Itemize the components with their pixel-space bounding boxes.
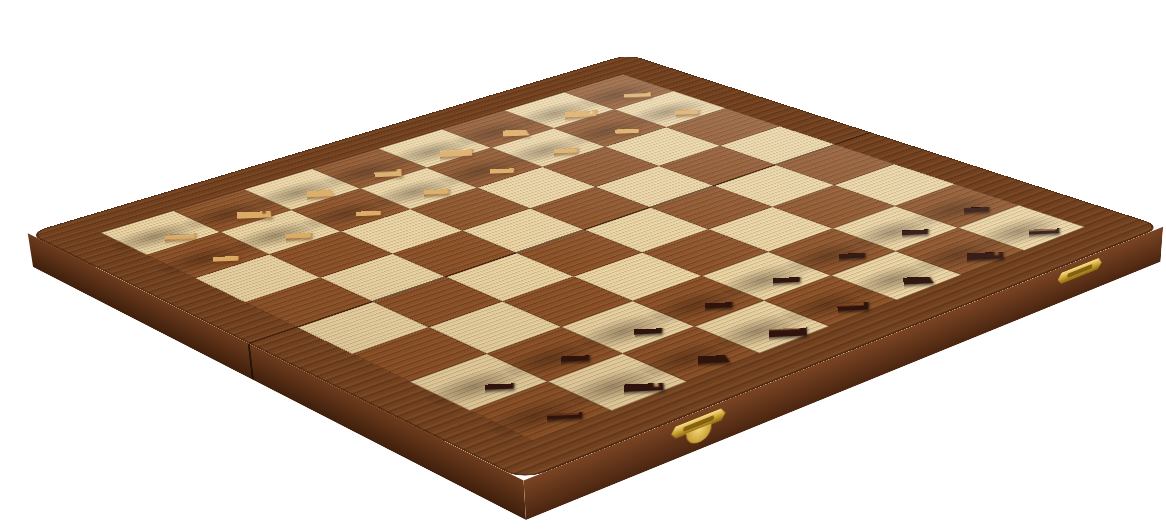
chess-board: ♜♞♝♛♚♝♞♜♟♟♟♟♟♟♟♟♟♟♟♟♟♟♟♟♜♞♝♚♛♝♞♜ [28, 54, 1163, 480]
perspective-warp: ♜♞♝♛♚♝♞♜♟♟♟♟♟♟♟♟♟♟♟♟♟♟♟♟♜♞♝♚♛♝♞♜ [0, 0, 1166, 529]
fold-seam-side [248, 343, 254, 381]
product-photo-stage: ♜♞♝♛♚♝♞♜♟♟♟♟♟♟♟♟♟♟♟♟♟♟♟♟♜♞♝♚♛♝♞♜ [0, 0, 1166, 529]
brass-latch[interactable] [671, 407, 725, 456]
square[interactable]: ♜ [470, 382, 612, 442]
brass-latch[interactable] [1057, 257, 1102, 300]
board-squares-grid: ♜♞♝♛♚♝♞♜♟♟♟♟♟♟♟♟♟♟♟♟♟♟♟♟♜♞♝♚♛♝♞♜ [101, 75, 1085, 442]
scene-3d: ♜♞♝♛♚♝♞♜♟♟♟♟♟♟♟♟♟♟♟♟♟♟♟♟♜♞♝♚♛♝♞♜ [0, 0, 1166, 529]
